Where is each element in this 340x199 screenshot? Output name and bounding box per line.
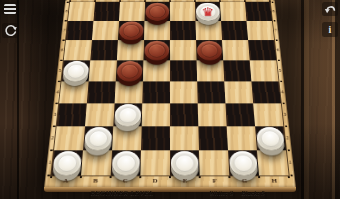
square-C4[interactable] xyxy=(115,81,143,103)
square-E8[interactable] xyxy=(170,2,196,21)
file-label-A: A xyxy=(50,176,81,187)
square-B1[interactable] xyxy=(81,150,112,175)
file-labels-row: ABCDEFGH xyxy=(50,176,290,187)
square-D4[interactable] xyxy=(142,81,170,103)
square-H5[interactable] xyxy=(250,60,279,81)
square-A8[interactable] xyxy=(68,2,95,21)
checkers-board: ♛ ABCDEFGH 87654321 87654321 xyxy=(44,0,296,188)
square-F2[interactable] xyxy=(198,126,228,150)
square-B7[interactable] xyxy=(92,21,119,40)
square-H3[interactable] xyxy=(253,103,283,126)
rotate-board-button[interactable] xyxy=(2,23,18,38)
square-D7[interactable] xyxy=(144,21,170,40)
square-D5[interactable] xyxy=(143,60,170,81)
square-B5[interactable] xyxy=(89,60,117,81)
square-B8[interactable] xyxy=(93,2,120,21)
black-man[interactable] xyxy=(144,41,169,60)
square-G5[interactable] xyxy=(223,60,251,81)
square-H7[interactable] xyxy=(247,21,275,40)
square-H8[interactable] xyxy=(245,2,272,21)
square-G3[interactable] xyxy=(225,103,255,126)
square-E5[interactable] xyxy=(170,60,197,81)
black-man[interactable] xyxy=(145,3,169,21)
file-label-C: C xyxy=(110,176,140,187)
menu-button[interactable] xyxy=(2,2,18,15)
square-B4[interactable] xyxy=(87,81,116,103)
file-label-H: H xyxy=(259,176,290,187)
black-man[interactable] xyxy=(197,41,222,60)
black-count-label: Black: 5 xyxy=(241,189,265,197)
white-man[interactable] xyxy=(112,151,140,175)
square-C6[interactable] xyxy=(117,40,144,60)
menu-icon xyxy=(4,4,16,14)
square-F3[interactable] xyxy=(198,103,227,126)
square-B6[interactable] xyxy=(90,40,118,60)
square-H6[interactable] xyxy=(248,40,276,60)
square-F1[interactable] xyxy=(199,150,229,175)
board-squares-area: ♛ xyxy=(51,2,288,175)
file-label-G: G xyxy=(229,176,260,187)
info-icon: i xyxy=(329,25,332,35)
square-E3[interactable] xyxy=(170,103,198,126)
file-label-E: E xyxy=(170,176,200,187)
square-F4[interactable] xyxy=(197,81,225,103)
piece-count-status: White: 9 Black: 5 xyxy=(194,189,280,197)
square-A4[interactable] xyxy=(59,81,88,103)
square-E6[interactable] xyxy=(170,40,197,60)
square-G7[interactable] xyxy=(221,21,248,40)
square-A2[interactable] xyxy=(54,126,85,150)
square-B3[interactable] xyxy=(85,103,115,126)
square-H4[interactable] xyxy=(251,81,280,103)
white-king[interactable]: ♛ xyxy=(196,3,220,21)
king-crown-icon: ♛ xyxy=(196,1,220,22)
square-F5[interactable] xyxy=(197,60,225,81)
difficulty-level-label: BEGINNER LEVEL xyxy=(60,189,184,197)
square-D1[interactable] xyxy=(140,150,170,175)
square-A3[interactable] xyxy=(57,103,87,126)
square-C2[interactable] xyxy=(112,126,142,150)
undo-icon xyxy=(324,3,337,15)
square-A6[interactable] xyxy=(64,40,92,60)
undo-button[interactable] xyxy=(322,2,338,16)
square-F7[interactable] xyxy=(196,21,223,40)
file-label-D: D xyxy=(140,176,170,187)
info-button[interactable]: i xyxy=(322,22,338,37)
square-D2[interactable] xyxy=(141,126,170,150)
square-C8[interactable] xyxy=(119,2,145,21)
square-E2[interactable] xyxy=(170,126,199,150)
board-perspective-wrapper: ♛ ABCDEFGH 87654321 87654321 xyxy=(44,0,296,188)
square-G4[interactable] xyxy=(224,81,253,103)
square-E7[interactable] xyxy=(170,21,196,40)
black-man[interactable] xyxy=(119,21,144,40)
square-A7[interactable] xyxy=(66,21,94,40)
file-label-B: B xyxy=(80,176,111,187)
square-D3[interactable] xyxy=(142,103,170,126)
white-count-label: White: 9 xyxy=(209,189,233,197)
square-G6[interactable] xyxy=(222,40,250,60)
square-E4[interactable] xyxy=(170,81,198,103)
rotate-board-icon xyxy=(4,24,17,37)
white-man[interactable] xyxy=(171,151,199,175)
black-man[interactable] xyxy=(117,61,143,81)
square-G8[interactable] xyxy=(220,2,247,21)
checkers-app-screen: ♛ ABCDEFGH 87654321 87654321 BEGINNER LE… xyxy=(0,0,340,199)
white-man[interactable] xyxy=(114,104,141,126)
square-H1[interactable] xyxy=(257,150,289,175)
file-label-F: F xyxy=(200,176,230,187)
square-G2[interactable] xyxy=(227,126,257,150)
